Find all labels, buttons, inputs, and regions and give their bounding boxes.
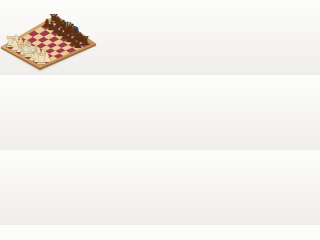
piece-black-pawn-h7: ♟ (73, 38, 83, 51)
chess-set-photo: ♜♞♟♝♟♛♟♚♟♝♟♞♟♟♜♟♟♜♟♟♞♟♝♟♛♟♚♟♝♟♞♜ (0, 0, 100, 75)
piece-white-rook-h1: ♜ (35, 51, 48, 67)
chessboard: ♜♞♟♝♟♛♟♚♟♝♟♞♟♟♜♟♟♜♟♟♞♟♝♟♛♟♚♟♝♟♞♜ (0, 0, 100, 75)
